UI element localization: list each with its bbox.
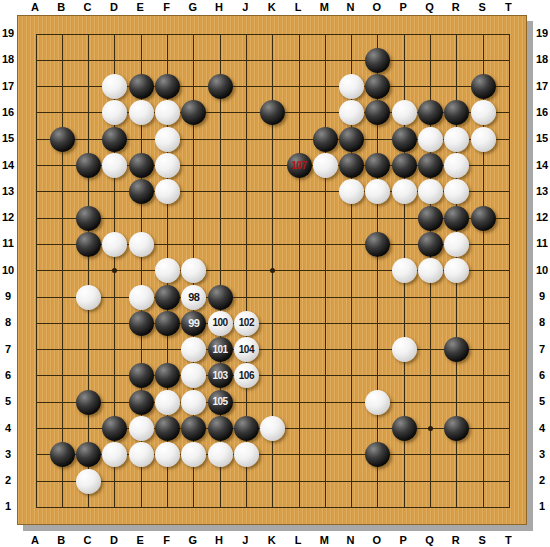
stone-black-P14[interactable]: [392, 153, 417, 178]
coord-label-left-10: 10: [1, 264, 15, 276]
coord-label-right-12: 12: [535, 211, 549, 223]
move-number: 99: [188, 318, 199, 329]
stone-white-R10[interactable]: [444, 258, 469, 283]
stone-black-K16[interactable]: [260, 100, 285, 125]
coord-label-left-1: 1: [1, 500, 15, 512]
move-number: 100: [213, 318, 228, 328]
coord-label-left-3: 3: [1, 448, 15, 460]
stone-white-R11[interactable]: [444, 232, 469, 257]
grid-line-horizontal: [36, 34, 510, 35]
stone-white-C2[interactable]: [76, 469, 101, 494]
coord-label-right-16: 16: [535, 106, 549, 118]
coord-label-top-F: F: [157, 1, 177, 13]
coord-label-top-H: H: [209, 1, 229, 13]
stone-black-E13[interactable]: [129, 179, 154, 204]
stone-black-R7[interactable]: [444, 337, 469, 362]
stone-black-C5[interactable]: [76, 390, 101, 415]
last-move-number: 107: [291, 161, 306, 171]
grid-line-vertical: [509, 34, 510, 508]
grid-line-horizontal: [36, 323, 510, 324]
stone-white-N13[interactable]: [339, 179, 364, 204]
coord-label-right-5: 5: [535, 395, 549, 407]
coord-label-left-11: 11: [1, 237, 15, 249]
coord-label-bottom-S: S: [472, 534, 492, 546]
stone-white-G7[interactable]: [181, 337, 206, 362]
coord-label-top-E: E: [130, 1, 150, 13]
grid-line-vertical: [325, 34, 326, 508]
coord-label-bottom-N: N: [341, 534, 361, 546]
move-number: 98: [188, 292, 199, 303]
stone-white-J3[interactable]: [234, 442, 259, 467]
grid-line-horizontal: [36, 375, 510, 376]
coord-label-right-3: 3: [535, 448, 549, 460]
stone-white-M14[interactable]: [313, 153, 338, 178]
stone-black-Q11[interactable]: [418, 232, 443, 257]
grid-line-vertical: [62, 34, 63, 508]
stone-white-E11[interactable]: [129, 232, 154, 257]
move-number: 102: [239, 318, 254, 328]
stone-black-G8[interactable]: 99: [181, 311, 206, 336]
star-point: [270, 268, 275, 273]
coord-label-top-A: A: [25, 1, 45, 13]
coord-label-bottom-L: L: [288, 534, 308, 546]
stone-white-S15[interactable]: [471, 127, 496, 152]
stone-white-E4[interactable]: [129, 416, 154, 441]
stone-black-O18[interactable]: [365, 48, 390, 73]
coord-label-right-8: 8: [535, 316, 549, 328]
coord-label-left-16: 16: [1, 106, 15, 118]
stone-white-G9[interactable]: 98: [181, 285, 206, 310]
coord-label-top-K: K: [262, 1, 282, 13]
coord-label-top-S: S: [472, 1, 492, 13]
grid-line-vertical: [36, 34, 37, 508]
coord-label-top-J: J: [235, 1, 255, 13]
coord-label-top-N: N: [341, 1, 361, 13]
stone-black-H6[interactable]: 103: [208, 363, 233, 388]
coord-label-left-19: 19: [1, 27, 15, 39]
stone-black-O14[interactable]: [365, 153, 390, 178]
stone-white-C9[interactable]: [76, 285, 101, 310]
grid-line-horizontal: [36, 349, 510, 350]
coord-label-right-11: 11: [535, 237, 549, 249]
coord-label-left-14: 14: [1, 159, 15, 171]
stone-white-F10[interactable]: [155, 258, 180, 283]
stone-white-F3[interactable]: [155, 442, 180, 467]
coord-label-bottom-F: F: [157, 534, 177, 546]
coord-label-right-2: 2: [535, 474, 549, 486]
stone-white-E16[interactable]: [129, 100, 154, 125]
coord-label-bottom-H: H: [209, 534, 229, 546]
coord-label-bottom-B: B: [51, 534, 71, 546]
stone-black-E14[interactable]: [129, 153, 154, 178]
grid-line-horizontal: [36, 402, 510, 403]
move-number: 103: [213, 371, 228, 381]
grid-line-horizontal: [36, 60, 510, 61]
grid-line-horizontal: [36, 481, 510, 482]
stone-white-O13[interactable]: [365, 179, 390, 204]
stone-white-N16[interactable]: [339, 100, 364, 125]
coord-label-left-7: 7: [1, 343, 15, 355]
coord-label-top-D: D: [104, 1, 124, 13]
stone-black-O16[interactable]: [365, 100, 390, 125]
coord-label-bottom-C: C: [78, 534, 98, 546]
stone-black-C12[interactable]: [76, 206, 101, 231]
coord-label-left-12: 12: [1, 211, 15, 223]
stone-black-G16[interactable]: [181, 100, 206, 125]
coord-label-bottom-K: K: [262, 534, 282, 546]
stone-black-F17[interactable]: [155, 74, 180, 99]
stone-black-E17[interactable]: [129, 74, 154, 99]
stone-black-S17[interactable]: [471, 74, 496, 99]
coord-label-left-17: 17: [1, 80, 15, 92]
stone-black-O17[interactable]: [365, 74, 390, 99]
coord-label-right-4: 4: [535, 422, 549, 434]
stone-white-N17[interactable]: [339, 74, 364, 99]
stone-black-Q12[interactable]: [418, 206, 443, 231]
coord-label-bottom-Q: Q: [420, 534, 440, 546]
stone-black-D15[interactable]: [102, 127, 127, 152]
stone-white-E3[interactable]: [129, 442, 154, 467]
stone-white-F14[interactable]: [155, 153, 180, 178]
stone-black-C11[interactable]: [76, 232, 101, 257]
stone-black-R16[interactable]: [444, 100, 469, 125]
coord-label-right-1: 1: [535, 500, 549, 512]
grid-line-vertical: [299, 34, 300, 508]
stone-white-P16[interactable]: [392, 100, 417, 125]
coord-label-left-6: 6: [1, 369, 15, 381]
stone-white-F15[interactable]: [155, 127, 180, 152]
stone-black-S12[interactable]: [471, 206, 496, 231]
coord-label-bottom-G: G: [183, 534, 203, 546]
stone-black-F6[interactable]: [155, 363, 180, 388]
move-number: 101: [213, 345, 228, 355]
coord-label-left-9: 9: [1, 290, 15, 302]
stone-black-O3[interactable]: [365, 442, 390, 467]
coord-label-right-6: 6: [535, 369, 549, 381]
stone-black-N14[interactable]: [339, 153, 364, 178]
stone-black-B3[interactable]: [50, 442, 75, 467]
coord-label-top-C: C: [78, 1, 98, 13]
coord-label-bottom-R: R: [446, 534, 466, 546]
stone-white-G5[interactable]: [181, 390, 206, 415]
coord-label-right-15: 15: [535, 132, 549, 144]
stone-black-Q16[interactable]: [418, 100, 443, 125]
coord-label-right-17: 17: [535, 80, 549, 92]
stone-white-K4[interactable]: [260, 416, 285, 441]
stone-white-D17[interactable]: [102, 74, 127, 99]
coord-label-top-R: R: [446, 1, 466, 13]
coord-label-top-M: M: [314, 1, 334, 13]
stone-white-H8[interactable]: 100: [208, 311, 233, 336]
stone-white-G10[interactable]: [181, 258, 206, 283]
stone-black-O11[interactable]: [365, 232, 390, 257]
stone-black-H4[interactable]: [208, 416, 233, 441]
stone-white-J7[interactable]: 104: [234, 337, 259, 362]
stone-white-P10[interactable]: [392, 258, 417, 283]
coord-label-right-10: 10: [535, 264, 549, 276]
coord-label-bottom-E: E: [130, 534, 150, 546]
coord-label-top-T: T: [498, 1, 518, 13]
stone-white-G6[interactable]: [181, 363, 206, 388]
coord-label-top-L: L: [288, 1, 308, 13]
stone-black-H5[interactable]: 105: [208, 390, 233, 415]
stone-black-H7[interactable]: 101: [208, 337, 233, 362]
coord-label-right-14: 14: [535, 159, 549, 171]
coord-label-bottom-A: A: [25, 534, 45, 546]
stone-white-G3[interactable]: [181, 442, 206, 467]
coord-label-bottom-J: J: [235, 534, 255, 546]
coord-label-left-8: 8: [1, 316, 15, 328]
stone-black-C3[interactable]: [76, 442, 101, 467]
stone-white-F5[interactable]: [155, 390, 180, 415]
stone-black-R4[interactable]: [444, 416, 469, 441]
stone-black-E8[interactable]: [129, 311, 154, 336]
coord-label-left-15: 15: [1, 132, 15, 144]
stone-white-F13[interactable]: [155, 179, 180, 204]
move-number: 105: [213, 397, 228, 407]
coord-label-right-18: 18: [535, 53, 549, 65]
stone-black-H17[interactable]: [208, 74, 233, 99]
stone-black-B15[interactable]: [50, 127, 75, 152]
coord-label-bottom-O: O: [367, 534, 387, 546]
stone-black-J4[interactable]: [234, 416, 259, 441]
stone-white-D11[interactable]: [102, 232, 127, 257]
coord-label-right-19: 19: [535, 27, 549, 39]
coord-label-bottom-T: T: [498, 534, 518, 546]
coord-label-left-2: 2: [1, 474, 15, 486]
stone-white-Q13[interactable]: [418, 179, 443, 204]
go-board[interactable]: 1079899100102101104103106105: [17, 15, 527, 525]
stone-white-Q10[interactable]: [418, 258, 443, 283]
stone-white-E9[interactable]: [129, 285, 154, 310]
stone-black-R12[interactable]: [444, 206, 469, 231]
coord-label-top-Q: Q: [420, 1, 440, 13]
stone-black-P4[interactable]: [392, 416, 417, 441]
grid-line-horizontal: [36, 297, 510, 298]
stone-white-R13[interactable]: [444, 179, 469, 204]
coord-label-right-7: 7: [535, 343, 549, 355]
stone-black-G4[interactable]: [181, 416, 206, 441]
stone-black-F4[interactable]: [155, 416, 180, 441]
stone-white-Q15[interactable]: [418, 127, 443, 152]
stone-black-D4[interactable]: [102, 416, 127, 441]
stone-black-Q14[interactable]: [418, 153, 443, 178]
stone-white-P7[interactable]: [392, 337, 417, 362]
stone-white-F16[interactable]: [155, 100, 180, 125]
coord-label-bottom-D: D: [104, 534, 124, 546]
coord-label-top-G: G: [183, 1, 203, 13]
stone-white-O5[interactable]: [365, 390, 390, 415]
go-board-screenshot: 1079899100102101104103106105 ABCDEFGHJKL…: [0, 0, 550, 547]
stone-black-E6[interactable]: [129, 363, 154, 388]
stone-black-M15[interactable]: [313, 127, 338, 152]
stone-white-P13[interactable]: [392, 179, 417, 204]
coord-label-left-13: 13: [1, 185, 15, 197]
coord-label-left-18: 18: [1, 53, 15, 65]
coord-label-bottom-M: M: [314, 534, 334, 546]
coord-label-top-O: O: [367, 1, 387, 13]
star-point: [112, 268, 117, 273]
stone-black-L14[interactable]: 107: [287, 153, 312, 178]
coord-label-bottom-P: P: [393, 534, 413, 546]
stone-white-H3[interactable]: [208, 442, 233, 467]
stone-black-F9[interactable]: [155, 285, 180, 310]
coord-label-left-4: 4: [1, 422, 15, 434]
star-point: [428, 426, 433, 431]
stone-white-S16[interactable]: [471, 100, 496, 125]
coord-label-right-9: 9: [535, 290, 549, 302]
stone-white-D3[interactable]: [102, 442, 127, 467]
stone-black-P15[interactable]: [392, 127, 417, 152]
grid-line-horizontal: [36, 507, 510, 508]
stone-black-F8[interactable]: [155, 311, 180, 336]
coord-label-top-B: B: [51, 1, 71, 13]
stone-black-H9[interactable]: [208, 285, 233, 310]
coord-label-left-5: 5: [1, 395, 15, 407]
stone-white-R15[interactable]: [444, 127, 469, 152]
move-number: 104: [239, 345, 254, 355]
stone-white-J6[interactable]: 106: [234, 363, 259, 388]
move-number: 106: [239, 371, 254, 381]
stone-black-C14[interactable]: [76, 153, 101, 178]
stone-white-J8[interactable]: 102: [234, 311, 259, 336]
stone-white-D16[interactable]: [102, 100, 127, 125]
stone-white-D14[interactable]: [102, 153, 127, 178]
stone-white-R14[interactable]: [444, 153, 469, 178]
coord-label-top-P: P: [393, 1, 413, 13]
coord-label-right-13: 13: [535, 185, 549, 197]
stone-black-E5[interactable]: [129, 390, 154, 415]
stone-black-N15[interactable]: [339, 127, 364, 152]
grid-line-vertical: [88, 34, 89, 508]
